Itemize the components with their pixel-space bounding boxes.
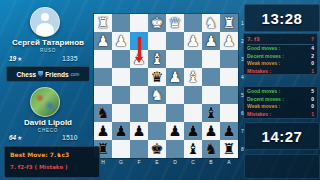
square-g5[interactable] — [112, 86, 130, 104]
piece-white-knight[interactable]: ♞ — [148, 86, 166, 104]
square-g4[interactable] — [112, 68, 130, 86]
square-b1[interactable]: ♞ — [202, 14, 220, 32]
piece-black-bishop[interactable]: ♝ — [202, 104, 220, 122]
piece-white-pawn[interactable]: ♟ — [130, 50, 148, 68]
piece-white-pawn[interactable]: ♟ — [94, 32, 112, 50]
piece-white-pawn[interactable]: ♟ — [220, 32, 238, 50]
white-player-avatar — [30, 7, 60, 37]
piece-white-queen[interactable]: ♛ — [166, 14, 184, 32]
square-a7[interactable]: ♟ — [220, 122, 238, 140]
square-c1[interactable] — [184, 14, 202, 32]
square-h7[interactable]: ♟ — [94, 122, 112, 140]
person-icon — [41, 13, 49, 21]
played-move-text: 7. f2-f3 ( Mistake ) — [10, 164, 68, 170]
square-e5[interactable]: ♞ — [148, 86, 166, 104]
move-played-label: 7. f3 — [247, 35, 260, 44]
piece-black-pawn[interactable]: ♟ — [202, 122, 220, 140]
square-g2[interactable]: ♟ — [112, 32, 130, 50]
square-g6[interactable] — [112, 104, 130, 122]
square-c6[interactable] — [184, 104, 202, 122]
piece-black-queen[interactable]: ♛ — [148, 68, 166, 86]
square-b4[interactable] — [202, 68, 220, 86]
square-f3[interactable]: ♟ — [130, 50, 148, 68]
piece-black-rook[interactable]: ♜ — [220, 140, 238, 158]
square-g1[interactable] — [112, 14, 130, 32]
square-c4[interactable]: ♝ — [184, 68, 202, 86]
square-e7[interactable] — [148, 122, 166, 140]
square-e8[interactable]: ♚ — [148, 140, 166, 158]
square-c5[interactable] — [184, 86, 202, 104]
square-e2[interactable] — [148, 32, 166, 50]
black-player-rating: 1510 — [62, 134, 78, 141]
square-d3[interactable] — [166, 50, 184, 68]
stat-row-good: Good moves :4 — [247, 45, 314, 53]
piece-white-pawn[interactable]: ♟ — [184, 32, 202, 50]
rank-label-3: 3 — [239, 50, 246, 68]
square-b5[interactable] — [202, 86, 220, 104]
square-f6[interactable] — [130, 104, 148, 122]
piece-white-pawn[interactable]: ♟ — [202, 32, 220, 50]
white-clock: 13:28 — [244, 4, 320, 32]
rank-labels: 12345678 — [239, 14, 246, 158]
piece-black-pawn[interactable]: ♟ — [184, 122, 202, 140]
file-label-E: E — [148, 158, 166, 167]
file-label-B: B — [202, 158, 220, 167]
square-c7[interactable]: ♟ — [184, 122, 202, 140]
file-label-A: A — [220, 158, 238, 167]
square-g7[interactable]: ♟ — [112, 122, 130, 140]
file-label-G: G — [112, 158, 130, 167]
square-a5[interactable] — [220, 86, 238, 104]
square-a6[interactable] — [220, 104, 238, 122]
piece-black-king[interactable]: ♚ — [148, 140, 166, 158]
piece-black-knight[interactable]: ♞ — [94, 104, 112, 122]
square-a3[interactable] — [220, 50, 238, 68]
square-f2[interactable] — [130, 32, 148, 50]
square-b8[interactable]: ♞ — [202, 140, 220, 158]
empty-panel — [244, 154, 320, 179]
square-a8[interactable]: ♜ — [220, 140, 238, 158]
rank-label-4: 4 — [239, 68, 246, 86]
chessfriends-game-screen: Сергей Татаринов RUSO 19 ★ 1335 ChessFri… — [0, 0, 320, 180]
square-a4[interactable] — [220, 68, 238, 86]
square-d4[interactable]: ♟ — [166, 68, 184, 86]
piece-white-pawn[interactable]: ♟ — [112, 32, 130, 50]
stat-row-mistake: Mistakes :1 — [247, 68, 314, 76]
piece-white-rook[interactable]: ♜ — [94, 14, 112, 32]
rank-label-1: 1 — [239, 14, 246, 32]
black-player-level: 64 — [9, 134, 16, 141]
square-e6[interactable] — [148, 104, 166, 122]
star-icon: ★ — [17, 134, 22, 141]
piece-white-pawn[interactable]: ♟ — [166, 68, 184, 86]
square-e4[interactable]: ♛ — [148, 68, 166, 86]
square-f5[interactable] — [130, 86, 148, 104]
piece-black-bishop[interactable]: ♝ — [184, 140, 202, 158]
rank-label-7: 7 — [239, 122, 246, 140]
square-d5[interactable] — [166, 86, 184, 104]
file-labels: HGFEDCBA — [94, 158, 238, 167]
square-g8[interactable] — [112, 140, 130, 158]
square-h6[interactable]: ♞ — [94, 104, 112, 122]
star-icon: ★ — [17, 55, 22, 62]
rank-label-6: 6 — [239, 104, 246, 122]
piece-white-rook[interactable]: ♜ — [220, 14, 238, 32]
analysis-panel: Best Move: 7.♞c3 7. f2-f3 ( Mistake ) — [4, 146, 100, 178]
square-d8[interactable] — [166, 140, 184, 158]
square-b6[interactable]: ♝ — [202, 104, 220, 122]
square-f8[interactable] — [130, 140, 148, 158]
square-c3[interactable] — [184, 50, 202, 68]
piece-white-bishop[interactable]: ♝ — [148, 50, 166, 68]
piece-black-pawn[interactable]: ♟ — [112, 122, 130, 140]
last-move-header: 7. f3 ? — [247, 35, 314, 45]
square-h5[interactable] — [94, 86, 112, 104]
square-c8[interactable]: ♝ — [184, 140, 202, 158]
square-d7[interactable]: ♟ — [166, 122, 184, 140]
square-g3[interactable] — [112, 50, 130, 68]
square-h3[interactable] — [94, 50, 112, 68]
stat-row-weak: Weak moves :0 — [247, 60, 314, 68]
square-b3[interactable] — [202, 50, 220, 68]
rank-label-8: 8 — [239, 140, 246, 158]
black-player-country: CHECO — [0, 128, 96, 133]
chessfriends-logo: ChessFriends.com — [6, 66, 90, 82]
piece-black-pawn[interactable]: ♟ — [166, 122, 184, 140]
shield-icon — [38, 71, 43, 77]
white-player-country: RUSO — [0, 48, 96, 53]
square-h1[interactable]: ♜ — [94, 14, 112, 32]
file-label-D: D — [166, 158, 184, 167]
square-h4[interactable] — [94, 68, 112, 86]
stat-row-decent: Decent moves :2 — [247, 53, 314, 61]
square-h2[interactable]: ♟ — [94, 32, 112, 50]
square-f4[interactable] — [130, 68, 148, 86]
square-d1[interactable]: ♛ — [166, 14, 184, 32]
black-clock: 14:27 — [244, 122, 320, 150]
square-a1[interactable]: ♜ — [220, 14, 238, 32]
file-label-F: F — [130, 158, 148, 167]
square-d2[interactable] — [166, 32, 184, 50]
square-f7[interactable]: ♟ — [130, 122, 148, 140]
piece-white-knight[interactable]: ♞ — [202, 14, 220, 32]
piece-black-knight[interactable]: ♞ — [202, 140, 220, 158]
rank-label-2: 2 — [239, 32, 246, 50]
file-label-C: C — [184, 158, 202, 167]
white-stats-panel: 7. f3 ? Good moves :4 Decent moves :2 We… — [243, 33, 318, 75]
piece-black-pawn[interactable]: ♟ — [220, 122, 238, 140]
square-f1[interactable] — [130, 14, 148, 32]
piece-black-pawn[interactable]: ♟ — [130, 122, 148, 140]
stat-row-mistake: Mistakes :1 — [247, 111, 314, 119]
square-d6[interactable] — [166, 104, 184, 122]
square-b7[interactable]: ♟ — [202, 122, 220, 140]
square-e1[interactable]: ♚ — [148, 14, 166, 32]
white-player-level: 19 — [9, 55, 16, 62]
white-player-rating: 1335 — [62, 55, 78, 62]
square-a2[interactable]: ♟ — [220, 32, 238, 50]
best-move-text: Best Move: 7.♞c3 — [10, 151, 69, 158]
square-c2[interactable]: ♟ — [184, 32, 202, 50]
piece-white-bishop[interactable]: ♝ — [184, 68, 202, 86]
stat-row-decent: Decent moves :0 — [247, 96, 314, 104]
piece-white-king[interactable]: ♚ — [148, 14, 166, 32]
piece-black-pawn[interactable]: ♟ — [94, 122, 112, 140]
chess-board[interactable]: ♜♚♛♞♜♟♟♟♟♟♟♝♛♟♝♞♞♝♟♟♟♟♟♟♟♜♚♝♞♜ — [94, 14, 238, 158]
move-mark: ? — [311, 35, 314, 44]
black-stats-panel: Good moves :5 Decent moves :0 Weak moves… — [243, 86, 318, 119]
black-player-name: David Lipold — [0, 118, 96, 127]
white-player-name: Сергей Татаринов — [0, 38, 96, 47]
stat-row-good: Good moves :5 — [247, 88, 314, 96]
stat-row-weak: Weak moves :0 — [247, 103, 314, 111]
black-player-avatar — [30, 87, 60, 117]
rank-label-5: 5 — [239, 86, 246, 104]
square-b2[interactable]: ♟ — [202, 32, 220, 50]
square-e3[interactable]: ♝ — [148, 50, 166, 68]
